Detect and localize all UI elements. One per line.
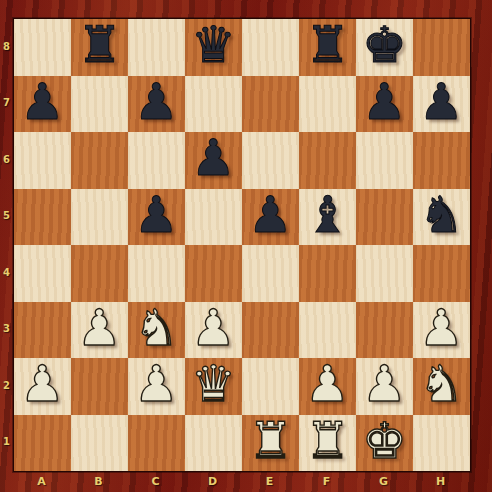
square-g3[interactable] <box>356 302 413 359</box>
square-h6[interactable] <box>413 132 470 189</box>
white-knight-icon[interactable]: ♞ <box>419 358 464 412</box>
square-c5[interactable]: ♟ <box>128 189 185 246</box>
square-f3[interactable] <box>299 302 356 359</box>
square-e4[interactable] <box>242 245 299 302</box>
square-f7[interactable] <box>299 76 356 133</box>
square-a7[interactable]: ♟ <box>14 76 71 133</box>
square-d3[interactable]: ♟ <box>185 302 242 359</box>
square-a8[interactable] <box>14 19 71 76</box>
square-f2[interactable]: ♟ <box>299 358 356 415</box>
square-h1[interactable] <box>413 415 470 472</box>
black-pawn-icon[interactable]: ♟ <box>20 76 65 130</box>
file-label-d: D <box>184 470 241 492</box>
square-b3[interactable]: ♟ <box>71 302 128 359</box>
black-pawn-icon[interactable]: ♟ <box>248 189 293 243</box>
square-a6[interactable] <box>14 132 71 189</box>
square-h4[interactable] <box>413 245 470 302</box>
square-b8[interactable]: ♜ <box>71 19 128 76</box>
black-pawn-icon[interactable]: ♟ <box>419 76 464 130</box>
file-label-e: E <box>241 470 298 492</box>
square-a5[interactable] <box>14 189 71 246</box>
square-c1[interactable] <box>128 415 185 472</box>
square-h3[interactable]: ♟ <box>413 302 470 359</box>
white-pawn-icon[interactable]: ♟ <box>362 358 407 412</box>
rank-label-5: 5 <box>0 188 13 245</box>
square-b7[interactable] <box>71 76 128 133</box>
square-b6[interactable] <box>71 132 128 189</box>
white-pawn-icon[interactable]: ♟ <box>419 302 464 356</box>
file-label-h: H <box>412 470 469 492</box>
black-rook-icon[interactable]: ♜ <box>77 19 122 73</box>
black-pawn-icon[interactable]: ♟ <box>134 189 179 243</box>
square-e2[interactable] <box>242 358 299 415</box>
square-c3[interactable]: ♞ <box>128 302 185 359</box>
square-f8[interactable]: ♜ <box>299 19 356 76</box>
square-d1[interactable] <box>185 415 242 472</box>
black-queen-icon[interactable]: ♛ <box>191 19 236 73</box>
square-f1[interactable]: ♜ <box>299 415 356 472</box>
square-f6[interactable] <box>299 132 356 189</box>
black-pawn-icon[interactable]: ♟ <box>191 132 236 186</box>
white-pawn-icon[interactable]: ♟ <box>77 302 122 356</box>
file-label-g: G <box>355 470 412 492</box>
square-h7[interactable]: ♟ <box>413 76 470 133</box>
square-a4[interactable] <box>14 245 71 302</box>
square-a3[interactable] <box>14 302 71 359</box>
rank-label-3: 3 <box>0 301 13 358</box>
square-g1[interactable]: ♚ <box>356 415 413 472</box>
square-e6[interactable] <box>242 132 299 189</box>
white-knight-icon[interactable]: ♞ <box>134 302 179 356</box>
square-g2[interactable]: ♟ <box>356 358 413 415</box>
square-c2[interactable]: ♟ <box>128 358 185 415</box>
square-c4[interactable] <box>128 245 185 302</box>
square-e1[interactable]: ♜ <box>242 415 299 472</box>
rank-label-1: 1 <box>0 414 13 471</box>
square-e5[interactable]: ♟ <box>242 189 299 246</box>
square-h8[interactable] <box>413 19 470 76</box>
square-g4[interactable] <box>356 245 413 302</box>
white-rook-icon[interactable]: ♜ <box>305 415 350 469</box>
file-label-f: F <box>298 470 355 492</box>
white-pawn-icon[interactable]: ♟ <box>191 302 236 356</box>
rank-label-4: 4 <box>0 244 13 301</box>
square-d4[interactable] <box>185 245 242 302</box>
black-pawn-icon[interactable]: ♟ <box>362 76 407 130</box>
square-d8[interactable]: ♛ <box>185 19 242 76</box>
square-e3[interactable] <box>242 302 299 359</box>
square-c7[interactable]: ♟ <box>128 76 185 133</box>
square-g5[interactable] <box>356 189 413 246</box>
file-label-c: C <box>127 470 184 492</box>
black-knight-icon[interactable]: ♞ <box>419 189 464 243</box>
square-h2[interactable]: ♞ <box>413 358 470 415</box>
file-label-a: A <box>13 470 70 492</box>
white-pawn-icon[interactable]: ♟ <box>305 358 350 412</box>
black-rook-icon[interactable]: ♜ <box>305 19 350 73</box>
white-pawn-icon[interactable]: ♟ <box>20 358 65 412</box>
square-b5[interactable] <box>71 189 128 246</box>
square-e8[interactable] <box>242 19 299 76</box>
square-b2[interactable] <box>71 358 128 415</box>
square-b1[interactable] <box>71 415 128 472</box>
square-d5[interactable] <box>185 189 242 246</box>
square-e7[interactable] <box>242 76 299 133</box>
rank-label-6: 6 <box>0 131 13 188</box>
square-g8[interactable]: ♚ <box>356 19 413 76</box>
square-f5[interactable]: ♝ <box>299 189 356 246</box>
board: ♜♛♜♚♟♟♟♟♟♟♟♝♞♟♞♟♟♟♟♛♟♟♞♜♜♚ <box>13 18 471 472</box>
white-queen-icon[interactable]: ♛ <box>191 358 236 412</box>
square-g7[interactable]: ♟ <box>356 76 413 133</box>
square-a2[interactable]: ♟ <box>14 358 71 415</box>
square-c6[interactable] <box>128 132 185 189</box>
rank-label-8: 8 <box>0 18 13 75</box>
square-g6[interactable] <box>356 132 413 189</box>
square-f4[interactable] <box>299 245 356 302</box>
black-pawn-icon[interactable]: ♟ <box>134 76 179 130</box>
white-pawn-icon[interactable]: ♟ <box>134 358 179 412</box>
black-king-icon[interactable]: ♚ <box>362 19 407 73</box>
square-d2[interactable]: ♛ <box>185 358 242 415</box>
rank-label-7: 7 <box>0 75 13 132</box>
square-b4[interactable] <box>71 245 128 302</box>
black-bishop-icon[interactable]: ♝ <box>305 189 350 243</box>
square-h5[interactable]: ♞ <box>413 189 470 246</box>
square-d6[interactable]: ♟ <box>185 132 242 189</box>
square-d7[interactable] <box>185 76 242 133</box>
white-rook-icon[interactable]: ♜ <box>248 415 293 469</box>
white-king-icon[interactable]: ♚ <box>362 415 407 469</box>
square-a1[interactable] <box>14 415 71 472</box>
square-c8[interactable] <box>128 19 185 76</box>
file-label-b: B <box>70 470 127 492</box>
rank-label-2: 2 <box>0 357 13 414</box>
